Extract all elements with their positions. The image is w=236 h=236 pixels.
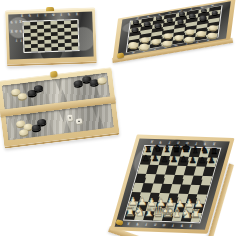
backgammon-checker-cream	[18, 93, 28, 100]
backgammon-point	[46, 122, 54, 136]
backgammon-point	[59, 109, 67, 123]
clasp-icon	[46, 7, 54, 11]
backgammon-point	[59, 89, 67, 103]
folded-box-view: ♜ ♞ ♝ ♛ ♚ ♝ ♞ ♜ ♜ ♞ ♝ ♛ ♚ ♝ ♞ ♜	[5, 7, 97, 66]
backgammon-checker-cream	[97, 77, 107, 84]
die-icon	[67, 115, 73, 121]
die-icon	[76, 118, 82, 124]
backgammon-point	[63, 120, 71, 134]
marble-lid: ♜ ♞ ♝ ♛ ♚ ♝ ♞ ♜ ♜ ♞ ♝ ♛ ♚ ♝ ♞ ♜	[8, 12, 94, 60]
backgammon-point	[92, 85, 100, 99]
backgammon-box-view	[0, 67, 120, 149]
backgammon-point	[42, 91, 50, 105]
printed-chessboard	[22, 19, 79, 53]
backgammon-point	[92, 105, 100, 119]
latch-icon	[50, 71, 58, 78]
backgammon-point	[96, 115, 104, 129]
backgammon-point	[55, 78, 63, 92]
backgammon-checker-cream	[19, 129, 29, 136]
backgammon-point	[9, 95, 17, 109]
border-ornament: ♜ ♞ ♝ ♛ ♚ ♝ ♞ ♜	[18, 12, 82, 19]
backgammon-checker-black	[34, 84, 44, 91]
border-ornament: ♜ ♞ ♝ ♛ ♚ ♝ ♞ ♜	[8, 19, 23, 54]
backgammon-checker-black	[37, 119, 47, 126]
product-photo: ♜ ♞ ♝ ♛ ♚ ♝ ♞ ♜ ♜ ♞ ♝ ♛ ♚ ♝ ♞ ♜ ♜ ♞ ♝ ♛ …	[0, 0, 236, 236]
backgammon-point	[75, 87, 83, 101]
